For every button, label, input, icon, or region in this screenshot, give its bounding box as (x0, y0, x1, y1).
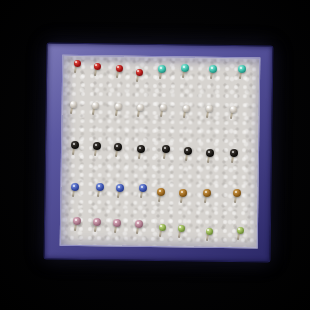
earring-stud-black (230, 149, 238, 157)
crystal-gem-clear (206, 105, 213, 112)
earring-stud-teal (209, 65, 217, 73)
earring-stud-red (136, 69, 143, 76)
crystal-gem-black (206, 149, 214, 157)
crystal-gem-black (162, 145, 170, 153)
earring-stud-black (71, 141, 79, 149)
earring-stud-teal (158, 65, 166, 73)
crystal-gem-amber (179, 189, 187, 197)
crystal-gem-clear (137, 104, 144, 111)
earring-stud-clear (137, 104, 144, 111)
crystal-gem-black (114, 143, 122, 151)
earring-stud-clear (70, 101, 77, 108)
crystal-gem-amber (157, 188, 165, 196)
earring-stud-amber (233, 189, 241, 197)
earring-stud-red (116, 65, 123, 72)
crystal-gem-amber (233, 189, 241, 197)
crystal-gem-clear (92, 102, 99, 109)
earring-stud-black (206, 149, 214, 157)
earring-stud-blue (139, 184, 147, 192)
crystal-gem-blue (116, 184, 124, 192)
earring-stud-green (237, 227, 244, 234)
earring-stud-black (184, 147, 192, 155)
earring-stud-blue (96, 183, 104, 191)
crystal-gem-green (159, 224, 166, 231)
earring-stud-amber (179, 189, 187, 197)
earring-stud-blue (71, 183, 79, 191)
crystal-gem-red (94, 63, 101, 70)
crystal-gem-black (71, 141, 79, 149)
crystal-gem-amber (203, 189, 211, 197)
earring-stud-teal (238, 65, 246, 73)
earring-stud-pink (93, 218, 101, 226)
earring-stud-green (159, 224, 166, 231)
crystal-gem-pink (73, 217, 81, 225)
studs-layer (0, 0, 310, 310)
crystal-gem-blue (71, 183, 79, 191)
earring-stud-teal (181, 64, 189, 72)
crystal-gem-pink (135, 220, 143, 228)
earring-stud-blue (116, 184, 124, 192)
crystal-gem-red (74, 60, 81, 67)
earring-stud-pink (73, 217, 81, 225)
earring-stud-black (162, 145, 170, 153)
earring-stud-clear (92, 102, 99, 109)
earring-stud-clear (206, 105, 213, 112)
earring-stud-amber (157, 188, 165, 196)
earring-stud-pink (135, 220, 143, 228)
photo-stage (0, 0, 310, 310)
crystal-gem-blue (96, 183, 104, 191)
earring-stud-red (74, 60, 81, 67)
crystal-gem-teal (181, 64, 189, 72)
earring-stud-clear (160, 104, 167, 111)
crystal-gem-clear (70, 101, 77, 108)
crystal-gem-black (230, 149, 238, 157)
crystal-gem-black (137, 145, 145, 153)
earring-stud-clear (183, 105, 190, 112)
crystal-gem-green (178, 225, 185, 232)
crystal-gem-clear (183, 105, 190, 112)
earring-stud-amber (203, 189, 211, 197)
crystal-gem-green (206, 228, 213, 235)
crystal-gem-pink (113, 219, 121, 227)
crystal-gem-teal (158, 65, 166, 73)
crystal-gem-teal (209, 65, 217, 73)
earring-stud-pink (113, 219, 121, 227)
earring-stud-red (94, 63, 101, 70)
earring-stud-clear (115, 103, 122, 110)
crystal-gem-pink (93, 218, 101, 226)
crystal-gem-teal (238, 65, 246, 73)
earring-stud-green (206, 228, 213, 235)
earring-stud-black (137, 145, 145, 153)
crystal-gem-clear (160, 104, 167, 111)
earring-stud-black (93, 142, 101, 150)
crystal-gem-red (136, 69, 143, 76)
earring-stud-clear (230, 106, 237, 113)
crystal-gem-black (184, 147, 192, 155)
crystal-gem-blue (139, 184, 147, 192)
earring-stud-green (178, 225, 185, 232)
crystal-gem-clear (115, 103, 122, 110)
crystal-gem-green (237, 227, 244, 234)
crystal-gem-red (116, 65, 123, 72)
earring-stud-black (114, 143, 122, 151)
crystal-gem-clear (230, 106, 237, 113)
crystal-gem-black (93, 142, 101, 150)
